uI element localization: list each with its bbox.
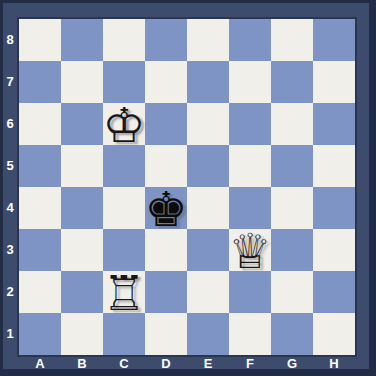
square-b7[interactable] <box>61 61 103 103</box>
square-b4[interactable] <box>61 187 103 229</box>
square-g5[interactable] <box>271 145 313 187</box>
square-f3[interactable]: ♕ <box>229 229 271 271</box>
square-e3[interactable] <box>187 229 229 271</box>
rank-label-4: 4 <box>3 187 17 229</box>
square-g1[interactable] <box>271 313 313 355</box>
square-h7[interactable] <box>313 61 355 103</box>
square-d6[interactable] <box>145 103 187 145</box>
square-f6[interactable] <box>229 103 271 145</box>
file-label-h: H <box>313 357 355 370</box>
board: ♔♚♕♖ <box>19 19 355 355</box>
square-e5[interactable] <box>187 145 229 187</box>
square-e4[interactable] <box>187 187 229 229</box>
square-a2[interactable] <box>19 271 61 313</box>
rank-label-3: 3 <box>3 229 17 271</box>
square-h5[interactable] <box>313 145 355 187</box>
square-d2[interactable] <box>145 271 187 313</box>
square-d1[interactable] <box>145 313 187 355</box>
square-a3[interactable] <box>19 229 61 271</box>
square-b2[interactable] <box>61 271 103 313</box>
square-b6[interactable] <box>61 103 103 145</box>
file-label-f: F <box>229 357 271 370</box>
square-e8[interactable] <box>187 19 229 61</box>
square-h6[interactable] <box>313 103 355 145</box>
file-label-d: D <box>145 357 187 370</box>
square-c8[interactable] <box>103 19 145 61</box>
file-label-g: G <box>271 357 313 370</box>
square-g8[interactable] <box>271 19 313 61</box>
square-g4[interactable] <box>271 187 313 229</box>
square-b5[interactable] <box>61 145 103 187</box>
file-labels: ABCDEFGH <box>19 357 355 370</box>
square-h1[interactable] <box>313 313 355 355</box>
white-king[interactable]: ♔ <box>102 101 145 149</box>
square-g2[interactable] <box>271 271 313 313</box>
file-label-c: C <box>103 357 145 370</box>
square-a8[interactable] <box>19 19 61 61</box>
square-f5[interactable] <box>229 145 271 187</box>
square-e1[interactable] <box>187 313 229 355</box>
rank-label-1: 1 <box>3 313 17 355</box>
chess-board-diagram: 87654321 ♔♚♕♖ ABCDEFGH <box>0 0 376 376</box>
square-h4[interactable] <box>313 187 355 229</box>
square-a7[interactable] <box>19 61 61 103</box>
square-h8[interactable] <box>313 19 355 61</box>
square-f1[interactable] <box>229 313 271 355</box>
square-b1[interactable] <box>61 313 103 355</box>
square-f8[interactable] <box>229 19 271 61</box>
file-label-a: A <box>19 357 61 370</box>
square-a6[interactable] <box>19 103 61 145</box>
black-king[interactable]: ♚ <box>144 185 187 233</box>
white-queen[interactable]: ♕ <box>228 227 271 275</box>
square-d4[interactable]: ♚ <box>145 187 187 229</box>
rank-labels: 87654321 <box>3 19 17 355</box>
square-c4[interactable] <box>103 187 145 229</box>
square-e6[interactable] <box>187 103 229 145</box>
board-border: ♔♚♕♖ <box>17 17 357 357</box>
rank-label-7: 7 <box>3 61 17 103</box>
square-g7[interactable] <box>271 61 313 103</box>
square-a5[interactable] <box>19 145 61 187</box>
square-a1[interactable] <box>19 313 61 355</box>
rank-label-6: 6 <box>3 103 17 145</box>
square-e2[interactable] <box>187 271 229 313</box>
square-b3[interactable] <box>61 229 103 271</box>
square-g3[interactable] <box>271 229 313 271</box>
square-e7[interactable] <box>187 61 229 103</box>
rank-label-5: 5 <box>3 145 17 187</box>
square-a4[interactable] <box>19 187 61 229</box>
square-f7[interactable] <box>229 61 271 103</box>
white-rook[interactable]: ♖ <box>102 269 145 317</box>
file-label-b: B <box>61 357 103 370</box>
square-h3[interactable] <box>313 229 355 271</box>
rank-label-2: 2 <box>3 271 17 313</box>
square-c2[interactable]: ♖ <box>103 271 145 313</box>
file-label-e: E <box>187 357 229 370</box>
square-c6[interactable]: ♔ <box>103 103 145 145</box>
square-b8[interactable] <box>61 19 103 61</box>
square-d7[interactable] <box>145 61 187 103</box>
square-h2[interactable] <box>313 271 355 313</box>
square-g6[interactable] <box>271 103 313 145</box>
rank-label-8: 8 <box>3 19 17 61</box>
square-d8[interactable] <box>145 19 187 61</box>
